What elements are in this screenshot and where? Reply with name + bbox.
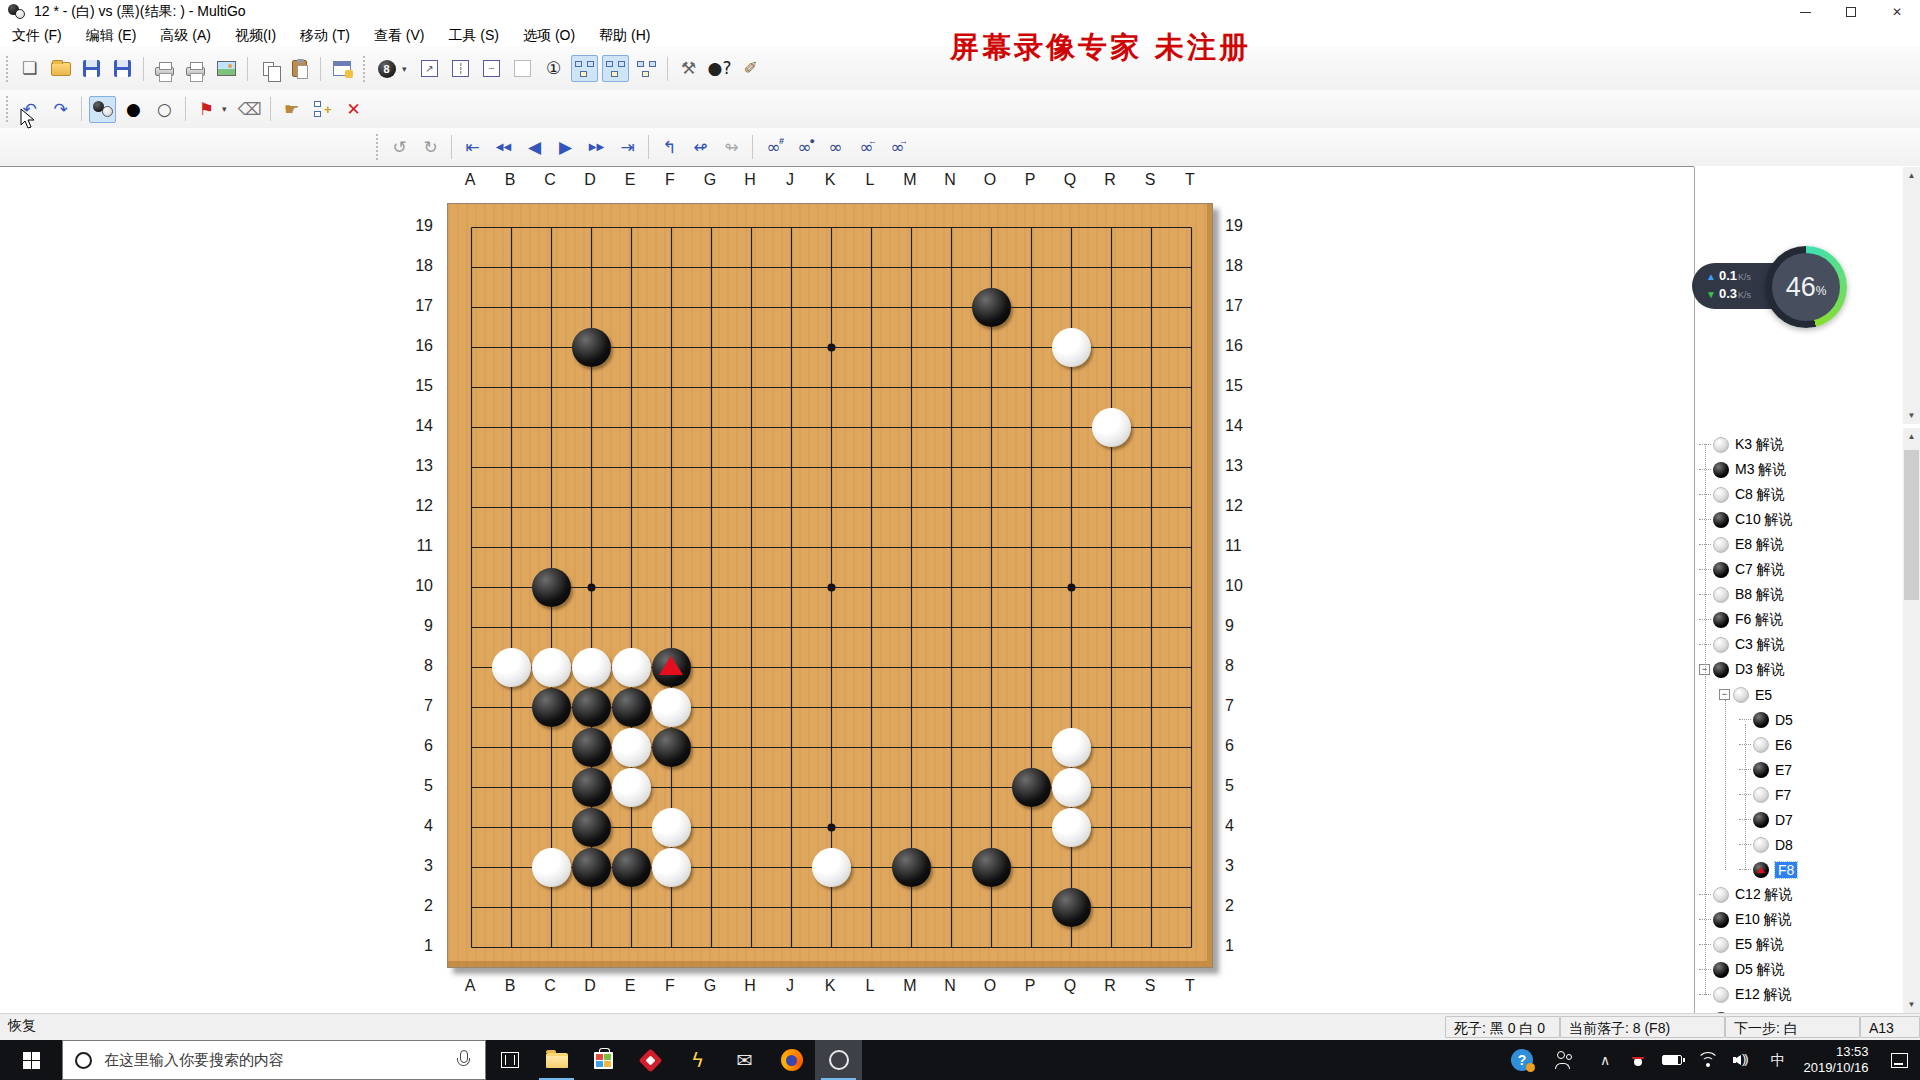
ime-indicator[interactable]: 中 [1762,1040,1794,1080]
coord-letter: E [610,171,650,189]
white-stone-icon [1713,537,1729,553]
tree-node-label: E8 解说 [1735,536,1784,554]
tree-node[interactable]: C8 解说 [1699,482,1785,507]
tree-node-label: E12 解说 [1735,986,1792,1004]
find-number-icon[interactable]: ∞# [760,134,787,161]
coord-letter: H [730,171,770,189]
penguin-icon [1630,1050,1646,1070]
toolbar-separator [648,135,649,159]
coord-letter: B [490,977,530,995]
download-speed: 0.3 [1719,286,1737,301]
coord-number: 9 [1225,616,1259,636]
coord-number: 13 [399,456,433,476]
coord-letter: K [810,977,850,995]
tree-node-label: C12 解说 [1735,886,1793,904]
black-stone-tool-icon[interactable]: ● [120,96,147,123]
action-center-button[interactable] [1878,1040,1920,1080]
record-circle-icon [829,1050,849,1070]
hand-tool-icon[interactable]: ☛ [278,96,305,123]
toolbar-edit: ↶↷●○⚑▾⌫☛+✕ [0,90,1920,128]
stone-black-E3[interactable] [612,848,651,887]
stone-black-O17[interactable] [972,288,1011,327]
firefox-button[interactable] [768,1040,815,1080]
go-board[interactable] [447,203,1213,968]
white-stone-icon [1753,787,1769,803]
stone-white-C3[interactable] [532,848,571,887]
tree-node-label: E7 [1775,762,1792,778]
coord-letter: P [1010,977,1050,995]
toolbar-grip[interactable] [4,96,11,122]
find-next-icon[interactable]: ∞→ [884,134,911,161]
tree-node[interactable]: E7 [1739,757,1792,782]
coord-number: 1 [1225,936,1259,956]
open-file-icon[interactable] [47,55,74,82]
menu-item[interactable]: 帮助 (H) [587,24,662,47]
status-hint: 恢复 [8,1017,36,1035]
tree-node-label: C10 解说 [1735,511,1793,529]
coord-letter: Q [1050,171,1090,189]
coord-number: 16 [1225,336,1259,356]
coord-number: 19 [399,216,433,236]
coord-number: 14 [399,416,433,436]
coord-number: 12 [1225,496,1259,516]
coord-number: 8 [399,656,433,676]
tree-node[interactable]: M3 解说 [1699,457,1786,482]
tree-compact-icon[interactable] [602,55,629,82]
tree-guide-line [1725,700,1726,870]
coord-letter: C [530,171,570,189]
black-stone-icon [1713,462,1729,478]
coord-letter: O [970,171,1010,189]
up-branch-icon[interactable]: ↰ [656,134,683,161]
menu-item[interactable]: 编辑 (E) [74,24,149,47]
stone-white-K3[interactable] [812,848,851,887]
cursor-coord-field: A13 [1860,1016,1920,1038]
app-red-diamond-button[interactable] [627,1040,674,1080]
find-icon[interactable]: ∞ [822,134,849,161]
wifi-tray-icon[interactable] [1690,1040,1726,1080]
task-view-button[interactable] [486,1040,533,1080]
stone-white-Q6[interactable] [1052,728,1091,767]
tree-node-label: D5 解说 [1735,961,1785,979]
menu-item[interactable]: 查看 (V) [362,24,437,47]
prev-move-icon[interactable]: ◀ [521,134,548,161]
stone-white-Q16[interactable] [1052,328,1091,367]
coord-number: 10 [1225,576,1259,596]
stone-white-E5[interactable] [612,768,651,807]
white-stone-icon [1713,937,1729,953]
stone-black-D5[interactable] [572,768,611,807]
tree-node[interactable]: E8 解说 [1699,532,1784,557]
qq-tray-icon[interactable] [1622,1040,1654,1080]
stone-black-D16[interactable] [572,328,611,367]
coord-number: 15 [1225,376,1259,396]
show-next-move-box-icon[interactable]: ↗ [416,55,443,82]
last-move-icon[interactable]: ⇥ [614,134,641,161]
eraser-icon[interactable]: ⌫ [236,96,263,123]
volume-tray-icon[interactable]: )) [1726,1040,1762,1080]
title-bar: 12 * - (白) vs (黑)(结果: ) - MultiGo ✕ [0,0,1920,24]
tree-node[interactable]: F6 解说 [1699,607,1783,632]
fast-forward-icon[interactable]: ▶▶ [583,134,610,161]
start-button[interactable] [0,1040,62,1080]
tools-icon[interactable]: ⚒ [675,55,702,82]
white-stone-icon [1713,887,1729,903]
tree-node-label: D5 [1775,712,1793,728]
coord-number: 10 [399,576,433,596]
taskbar-search-input[interactable]: 在这里输入你要搜索的内容 [62,1040,486,1080]
marker-flag-icon[interactable]: ⚑ [193,96,220,123]
stone-white-F7[interactable] [652,688,691,727]
triangle-marker-icon [1757,867,1765,873]
scroll-down-icon[interactable]: ▼ [1903,407,1920,424]
export-image-icon[interactable] [213,55,240,82]
action-center-icon [1891,1053,1908,1068]
tree-node[interactable]: K3 解说 [1699,432,1784,457]
tree-layout-icon[interactable] [571,55,598,82]
coord-number: 11 [1225,536,1259,556]
stone-white-E6[interactable] [612,728,651,767]
show-variation-box-icon[interactable]: ┆ [447,55,474,82]
time: 13:53 [1803,1044,1868,1060]
stone-black-D4[interactable] [572,808,611,847]
stone-white-Q5[interactable] [1052,768,1091,807]
tree-node[interactable]: −D3 解说 [1699,657,1785,682]
coord-number: 11 [399,536,433,556]
last-move-triangle-marker [659,656,683,675]
toolbar-separator [81,97,82,121]
tree-node-label: E6 [1775,737,1792,753]
coord-number: 3 [1225,856,1259,876]
tree-guide-line [1705,444,1706,995]
mail-button[interactable]: ✉ [721,1040,768,1080]
tree-node[interactable]: E5 解说 [1699,932,1784,957]
coord-letter: F [650,977,690,995]
tree-node-label: M3 解说 [1735,461,1786,479]
toolbar-separator [451,135,452,159]
tree-node[interactable]: D5 解说 [1699,957,1785,982]
tree-node[interactable]: E10 解说 [1699,907,1792,932]
coord-letter: R [1090,977,1130,995]
coord-letter: H [730,977,770,995]
move-number-stone-icon[interactable]: 8 [373,55,400,82]
prev-branch-icon[interactable]: ↫ [687,134,714,161]
save-icon[interactable] [78,55,105,82]
stone-black-O3[interactable] [972,848,1011,887]
tree-node-label: D8 [1775,837,1793,853]
tree-node[interactable]: C3 解说 [1699,632,1785,657]
stone-black-C7[interactable] [532,688,571,727]
white-stone-icon [1713,587,1729,603]
comment-scrollbar[interactable]: ▲ ▼ [1903,167,1920,424]
stone-white-Q4[interactable] [1052,808,1091,847]
stone-white-R14[interactable] [1092,408,1131,447]
coord-number: 16 [399,336,433,356]
close-button[interactable]: ✕ [1874,0,1920,24]
black-stone-icon [1753,762,1769,778]
scroll-up-icon[interactable]: ▲ [1903,428,1920,445]
stone-white-F3[interactable] [652,848,691,887]
fast-back-icon[interactable]: ◀◀ [490,134,517,161]
date: 2019/10/16 [1803,1060,1868,1076]
windows-logo-icon [23,1052,40,1069]
stone-black-C10[interactable] [532,568,571,607]
board-canvas: AABBCCDDEEFFGGHHJJKKLLMMNNOOPPQQRRSSTT19… [0,166,1694,1013]
first-move-icon[interactable]: ⇤ [459,134,486,161]
minimize-button[interactable] [1782,0,1828,24]
find-prev-icon[interactable]: ∞← [853,134,880,161]
tree-collapse-icon[interactable]: − [1719,689,1730,700]
people-tray-button[interactable] [1544,1040,1588,1080]
tree-node-label: D7 [1775,812,1793,828]
toolbar-grip[interactable] [361,56,368,82]
coord-letter: A [450,977,490,995]
coord-letter: O [970,977,1010,995]
tree-node-selected[interactable]: F8 [1739,857,1797,882]
scroll-up-icon[interactable]: ▲ [1903,167,1920,184]
file-explorer-button[interactable] [533,1040,580,1080]
tree-node-label: D3 解说 [1735,661,1785,679]
coord-letter: F [650,171,690,189]
window-title: 12 * - (白) vs (黑)(结果: ) - MultiGo [34,3,246,21]
number-one-icon[interactable]: ① [540,55,567,82]
coord-number: 7 [1225,696,1259,716]
stone-white-C8[interactable] [532,648,571,687]
usage-percent: 46 [1786,272,1816,303]
stone-black-Q2[interactable] [1052,888,1091,927]
coord-letter: M [890,977,930,995]
black-stone-icon [1753,812,1769,828]
tree-node[interactable]: D5 [1739,707,1793,732]
white-stone-icon [1753,737,1769,753]
copy-icon[interactable] [255,55,282,82]
white-stone-icon [1713,637,1729,653]
stone-white-E8[interactable] [612,648,651,687]
memory-usage-dial[interactable]: 46% [1765,246,1847,328]
brush-icon[interactable]: ✐ [737,55,764,82]
coord-number: 17 [399,296,433,316]
tree-node-label: C3 解说 [1735,636,1785,654]
stone-black-D3[interactable] [572,848,611,887]
battery-icon [1662,1055,1682,1065]
show-dotted-box-icon[interactable]: ┄ [478,55,505,82]
menu-item[interactable]: 高级 (A) [148,24,223,47]
toolbar-separator [320,57,321,81]
coord-number: 18 [399,256,433,276]
coord-letter: D [570,977,610,995]
black-stone-icon [1753,712,1769,728]
tree-node[interactable]: C10 解说 [1699,507,1793,532]
app-lightning-button[interactable]: ϟ [674,1040,721,1080]
next-branch-icon[interactable]: ↬ [718,134,745,161]
coord-number: 1 [399,936,433,956]
stone-black-F6[interactable] [652,728,691,767]
current-move-field: 当前落子: 8 (F8) [1560,1016,1725,1038]
menu-item[interactable]: 工具 (S) [436,24,511,47]
tree-node-label: C7 解说 [1735,561,1785,579]
black-stone-icon [1713,662,1729,678]
search-placeholder: 在这里输入你要搜索的内容 [104,1051,457,1070]
battery-tray-icon[interactable] [1654,1040,1690,1080]
coord-number: 19 [1225,216,1259,236]
new-file-icon[interactable]: ❏ [16,55,43,82]
stone-black-P5[interactable] [1012,768,1051,807]
tree-node[interactable]: −E5 [1719,682,1772,707]
tree-node[interactable]: F7 [1739,782,1791,807]
add-branch-icon[interactable]: + [309,96,336,123]
clock[interactable]: 13:532019/10/16 [1794,1040,1878,1080]
tree-scrollbar[interactable]: ▲ ▼ [1903,428,1920,1013]
find-stone-icon[interactable]: ∞● [791,134,818,161]
coord-letter: Q [1050,977,1090,995]
stone-black-D7[interactable] [572,688,611,727]
coord-number: 2 [1225,896,1259,916]
toolbar-separator [667,57,668,81]
coord-letter: N [930,977,970,995]
move-number-dropdown[interactable]: ▾ [402,64,414,74]
coord-number: 3 [399,856,433,876]
play-stones-tool-icon[interactable] [89,96,116,123]
stone-black-D6[interactable] [572,728,611,767]
screen-recorder-button[interactable] [815,1040,862,1080]
status-bar: 恢复 死子: 黑 0 白 0 当前落子: 8 (F8) 下一步: 白 A13 [0,1013,1920,1040]
plain-box-icon[interactable] [509,55,536,82]
back-circle-icon[interactable]: ↺ [386,134,413,161]
black-stone-icon [1713,512,1729,528]
tree-node[interactable]: D8 [1739,832,1793,857]
paste-icon[interactable] [286,55,313,82]
game-info-icon[interactable] [328,55,355,82]
tree-node[interactable]: E6 [1739,732,1792,757]
ms-store-button[interactable] [580,1040,627,1080]
print-preview-icon[interactable] [182,55,209,82]
coord-number: 4 [399,816,433,836]
maximize-button[interactable] [1828,0,1874,24]
guess-move-icon[interactable]: ●? [706,55,733,82]
scrollbar-thumb[interactable] [1904,450,1919,600]
hidden-icons-button[interactable]: ∧ [1588,1040,1622,1080]
tree-node-label: E10 解说 [1735,911,1792,929]
coord-number: 5 [1225,776,1259,796]
task-view-icon [501,1052,519,1068]
coord-number: 5 [399,776,433,796]
toolbar-separator [247,57,248,81]
white-stone-tool-icon[interactable]: ○ [151,96,178,123]
black-stone-icon [1713,962,1729,978]
cortana-icon [75,1052,92,1069]
coord-number: 6 [1225,736,1259,756]
save-all-icon[interactable] [109,55,136,82]
white-stone-icon [1713,437,1729,453]
coord-letter: J [770,171,810,189]
white-stone-icon [1753,837,1769,853]
coord-letter: T [1170,977,1210,995]
coord-letter: R [1090,171,1130,189]
help-tray-button[interactable]: ? [1500,1040,1544,1080]
coord-letter: B [490,171,530,189]
coord-letter: S [1130,171,1170,189]
upload-speed: 0.1 [1719,268,1737,283]
tree-node[interactable]: D7 [1739,807,1793,832]
tree-node-label: F7 [1775,787,1791,803]
menu-item[interactable]: 移动 (T) [288,24,362,47]
print-icon[interactable] [151,55,178,82]
tree-node-label: C8 解说 [1735,486,1785,504]
stone-white-F4[interactable] [652,808,691,847]
coord-letter: T [1170,171,1210,189]
coord-number: 8 [1225,656,1259,676]
coord-letter: D [570,171,610,189]
tree-node[interactable]: E12 解说 [1699,982,1792,1007]
variation-tree-panel: K3 解说M3 解说C8 解说C10 解说E8 解说C7 解说B8 解说F6 解… [1695,428,1920,1013]
coord-number: 13 [1225,456,1259,476]
mouse-cursor [20,108,36,130]
lightning-icon: ϟ [691,1048,704,1072]
menu-item[interactable]: 选项 (O) [511,24,587,47]
tree-branch-icon[interactable] [633,55,660,82]
coord-letter: C [530,977,570,995]
forward-circle-icon[interactable]: ↻ [417,134,444,161]
white-stone-icon [1713,487,1729,503]
black-stone-icon [1713,612,1729,628]
store-icon [594,1052,613,1069]
scroll-down-icon[interactable]: ▼ [1903,996,1920,1013]
toolbar-separator [270,97,271,121]
toolbar-separator [752,135,753,159]
coord-letter: L [850,171,890,189]
coord-number: 18 [1225,256,1259,276]
redo-icon[interactable]: ↷ [47,96,74,123]
stone-white-D8[interactable] [572,648,611,687]
app-icon [8,4,26,20]
coord-number: 4 [1225,816,1259,836]
recorder-watermark: 屏幕录像专家 未注册 [950,28,1251,68]
white-stone-icon [1733,687,1749,703]
stone-black-E7[interactable] [612,688,651,727]
stone-white-B8[interactable] [492,648,531,687]
firefox-icon [781,1049,803,1071]
marker-dropdown[interactable]: ▾ [222,104,234,114]
tree-node-label: F8 [1775,862,1797,878]
tree-node[interactable]: C12 解说 [1699,882,1793,907]
tree-node-label: E5 [1755,687,1772,703]
next-move-icon[interactable]: ▶ [552,134,579,161]
tree-node[interactable]: B8 解说 [1699,582,1784,607]
coord-number: 15 [399,376,433,396]
people-icon [1555,1051,1577,1069]
coord-number: 2 [399,896,433,916]
speaker-icon: )) [1733,1052,1755,1068]
delete-node-icon[interactable]: ✕ [340,96,367,123]
wifi-icon [1697,1052,1719,1068]
menu-item[interactable]: 文件 (F) [0,24,74,47]
coord-letter: K [810,171,850,189]
tree-node-label: B8 解说 [1735,586,1784,604]
coord-number: 6 [399,736,433,756]
help-icon: ? [1511,1049,1533,1071]
black-stone-icon [1713,562,1729,578]
toolbar-grip[interactable] [4,56,11,82]
menu-item[interactable]: 视频(I) [223,24,288,47]
toolbar-separator [143,57,144,81]
folder-icon [546,1053,568,1068]
microphone-icon[interactable] [457,1050,469,1070]
coord-number: 7 [399,696,433,716]
tree-node[interactable]: C7 解说 [1699,557,1785,582]
tree-connector [1739,719,1751,720]
stone-black-M3[interactable] [892,848,931,887]
toolbar-grip[interactable] [374,134,381,160]
